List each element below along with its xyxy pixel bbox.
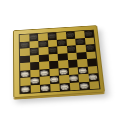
board-tilt-wrapper: ⛂⛂⛂⛂⛂⛂⛂⛂⛂⛂⛂⛂⛂⛂⛂⛂⛂⛂⛂⛂⛂⛂⛂⛂	[0, 4, 115, 117]
square-h1[interactable]	[89, 81, 100, 89]
white-man[interactable]: ⛂	[21, 85, 29, 93]
checkers-board: ⛂⛂⛂⛂⛂⛂⛂⛂⛂⛂⛂⛂⛂⛂⛂⛂⛂⛂⛂⛂⛂⛂⛂⛂	[13, 25, 105, 98]
white-man[interactable]: ⛂	[41, 83, 50, 91]
square-d1[interactable]	[50, 83, 60, 91]
photo-background: ⛂⛂⛂⛂⛂⛂⛂⛂⛂⛂⛂⛂⛂⛂⛂⛂⛂⛂⛂⛂⛂⛂⛂⛂	[0, 0, 120, 120]
white-man[interactable]: ⛂	[31, 76, 39, 84]
frame-studs-left	[15, 36, 18, 91]
white-man[interactable]: ⛂	[59, 67, 68, 75]
black-man[interactable]: ⛂	[57, 39, 65, 46]
black-man[interactable]: ⛂	[49, 46, 57, 54]
square-a1[interactable]: ⛂	[20, 85, 30, 93]
black-man[interactable]: ⛂	[30, 47, 38, 55]
white-man[interactable]: ⛂	[80, 81, 89, 89]
square-e1[interactable]: ⛂	[59, 83, 69, 91]
board-grid: ⛂⛂⛂⛂⛂⛂⛂⛂⛂⛂⛂⛂⛂⛂⛂⛂⛂⛂⛂⛂⛂⛂⛂⛂	[19, 30, 101, 95]
square-c1[interactable]: ⛂	[40, 84, 50, 92]
square-b1[interactable]	[30, 84, 40, 92]
black-man[interactable]: ⛂	[76, 37, 84, 44]
white-man[interactable]: ⛂	[78, 66, 87, 74]
black-man[interactable]: ⛂	[84, 30, 92, 37]
white-man[interactable]: ⛂	[50, 75, 59, 83]
black-man[interactable]: ⛂	[30, 33, 38, 40]
white-man[interactable]: ⛂	[69, 74, 78, 82]
black-man[interactable]: ⛂	[21, 41, 29, 48]
black-man[interactable]: ⛂	[67, 45, 75, 53]
black-man[interactable]: ⛂	[39, 40, 47, 47]
white-man[interactable]: ⛂	[21, 69, 29, 77]
white-man[interactable]: ⛂	[60, 82, 69, 90]
white-man[interactable]: ⛂	[40, 68, 48, 76]
black-man[interactable]: ⛂	[86, 44, 95, 52]
white-man[interactable]: ⛂	[89, 73, 98, 81]
